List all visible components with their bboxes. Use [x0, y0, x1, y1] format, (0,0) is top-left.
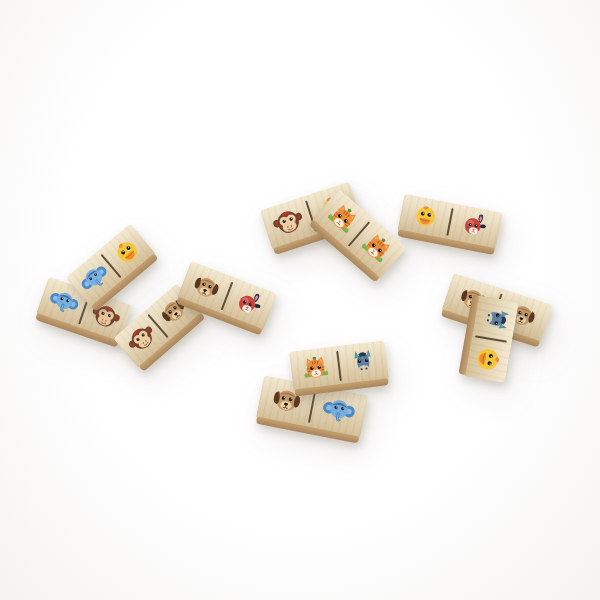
- domino-tile-cat-cat[interactable]: [314, 213, 404, 255]
- tile-face: [311, 189, 406, 280]
- tile-half-cat: [289, 346, 342, 392]
- tile-face: [397, 194, 502, 250]
- dog-icon: [186, 268, 226, 308]
- tile-face: [289, 340, 389, 391]
- domino-tile-duck-rabbit[interactable]: [400, 203, 500, 241]
- duck-icon: [408, 200, 443, 235]
- domino-tile-donkey-duck[interactable]: [450, 318, 532, 360]
- tile-half-duck: [397, 194, 453, 241]
- monkey-icon: [268, 202, 310, 244]
- domino-tile-elephant-duck[interactable]: [69, 246, 153, 286]
- cat-icon: [298, 352, 333, 387]
- domino-tile-dog-rabbit[interactable]: [181, 276, 273, 316]
- table-surface: [0, 0, 600, 600]
- tile-face: [463, 295, 519, 383]
- donkey-icon: [475, 300, 513, 338]
- donkey-icon: [346, 346, 381, 381]
- elephant-icon: [318, 392, 358, 432]
- domino-tile-cat-donkey[interactable]: [291, 346, 387, 386]
- rabbit-icon: [228, 284, 268, 324]
- rabbit-icon: [457, 209, 492, 244]
- duck-icon: [468, 340, 506, 378]
- tile-half-donkey: [337, 340, 390, 386]
- tile-half-rabbit: [446, 203, 502, 250]
